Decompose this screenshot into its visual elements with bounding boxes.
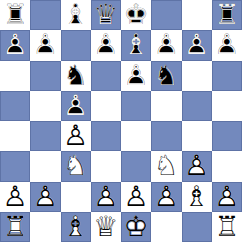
square-f8[interactable] (151, 0, 181, 30)
square-d8[interactable]: ♛♕ (91, 0, 121, 30)
piece-white-rook[interactable]: ♜♖ (0, 212, 30, 242)
piece-white-pawn[interactable]: ♟♙ (212, 182, 242, 212)
piece-white-king[interactable]: ♚♔ (121, 212, 151, 242)
piece-black-knight[interactable]: ♞♘ (61, 61, 91, 91)
square-c4[interactable]: ♟♙ (61, 121, 91, 151)
white-rook-outline-glyph: ♖ (0, 212, 30, 242)
piece-black-pawn[interactable]: ♟♙ (61, 91, 91, 121)
chess-board: ♜♖♝♗♛♕♚♔♜♖♟♙♟♙♟♙♝♗♟♙♟♙♟♙♞♘♟♙♞♘♟♙♟♙♞♘♞♘♟♙… (0, 0, 242, 242)
square-c8[interactable]: ♝♗ (61, 0, 91, 30)
black-pawn-outline-glyph: ♙ (212, 30, 242, 60)
piece-white-knight[interactable]: ♞♘ (61, 151, 91, 181)
piece-black-pawn[interactable]: ♟♙ (91, 30, 121, 60)
white-pawn-outline-glyph: ♙ (91, 182, 121, 212)
square-a3[interactable] (0, 151, 30, 181)
square-d7[interactable]: ♟♙ (91, 30, 121, 60)
piece-black-queen[interactable]: ♛♕ (91, 0, 121, 30)
square-f7[interactable]: ♟♙ (151, 30, 181, 60)
square-f6[interactable]: ♞♘ (151, 61, 181, 91)
piece-white-bishop[interactable]: ♝♗ (61, 212, 91, 242)
piece-white-pawn[interactable]: ♟♙ (61, 121, 91, 151)
square-e4[interactable] (121, 121, 151, 151)
square-e5[interactable] (121, 91, 151, 121)
white-pawn-outline-glyph: ♙ (121, 182, 151, 212)
black-knight-outline-glyph: ♘ (151, 61, 181, 91)
piece-white-queen[interactable]: ♛♕ (91, 212, 121, 242)
white-bishop-outline-glyph: ♗ (61, 212, 91, 242)
white-knight-outline-glyph: ♘ (151, 151, 181, 181)
black-rook-outline-glyph: ♖ (0, 0, 30, 30)
square-h2[interactable]: ♟♙ (212, 182, 242, 212)
piece-white-knight[interactable]: ♞♘ (151, 151, 181, 181)
square-a1[interactable]: ♜♖ (0, 212, 30, 242)
piece-black-pawn[interactable]: ♟♙ (182, 30, 212, 60)
square-b3[interactable] (30, 151, 60, 181)
white-knight-outline-glyph: ♘ (61, 151, 91, 181)
piece-white-pawn[interactable]: ♟♙ (182, 151, 212, 181)
piece-white-bishop[interactable]: ♝♗ (182, 182, 212, 212)
square-g2[interactable]: ♝♗ (182, 182, 212, 212)
black-pawn-outline-glyph: ♙ (30, 30, 60, 60)
piece-black-bishop[interactable]: ♝♗ (61, 0, 91, 30)
black-pawn-outline-glyph: ♙ (121, 61, 151, 91)
white-rook-outline-glyph: ♖ (212, 212, 242, 242)
square-b7[interactable]: ♟♙ (30, 30, 60, 60)
square-e2[interactable]: ♟♙ (121, 182, 151, 212)
square-d3[interactable] (91, 151, 121, 181)
white-pawn-outline-glyph: ♙ (212, 182, 242, 212)
piece-white-pawn[interactable]: ♟♙ (151, 182, 181, 212)
square-f4[interactable] (151, 121, 181, 151)
black-rook-outline-glyph: ♖ (212, 0, 242, 30)
square-g4[interactable] (182, 121, 212, 151)
piece-black-knight[interactable]: ♞♘ (151, 61, 181, 91)
square-c6[interactable]: ♞♘ (61, 61, 91, 91)
square-c3[interactable]: ♞♘ (61, 151, 91, 181)
square-d6[interactable] (91, 61, 121, 91)
square-d4[interactable] (91, 121, 121, 151)
square-h5[interactable] (212, 91, 242, 121)
square-a5[interactable] (0, 91, 30, 121)
square-e7[interactable]: ♝♗ (121, 30, 151, 60)
square-a8[interactable]: ♜♖ (0, 0, 30, 30)
white-pawn-outline-glyph: ♙ (61, 121, 91, 151)
white-queen-outline-glyph: ♕ (91, 212, 121, 242)
square-e3[interactable] (121, 151, 151, 181)
square-g6[interactable] (182, 61, 212, 91)
square-b2[interactable]: ♟♙ (30, 182, 60, 212)
piece-white-pawn[interactable]: ♟♙ (121, 182, 151, 212)
square-c7[interactable] (61, 30, 91, 60)
black-bishop-outline-glyph: ♗ (61, 0, 91, 30)
square-g8[interactable] (182, 0, 212, 30)
piece-white-rook[interactable]: ♜♖ (212, 212, 242, 242)
black-pawn-outline-glyph: ♙ (61, 91, 91, 121)
square-h6[interactable] (212, 61, 242, 91)
square-f1[interactable] (151, 212, 181, 242)
black-queen-outline-glyph: ♕ (91, 0, 121, 30)
black-king-outline-glyph: ♔ (121, 0, 151, 30)
square-h4[interactable] (212, 121, 242, 151)
piece-white-pawn[interactable]: ♟♙ (0, 182, 30, 212)
piece-black-pawn[interactable]: ♟♙ (151, 30, 181, 60)
square-g5[interactable] (182, 91, 212, 121)
square-b6[interactable] (30, 61, 60, 91)
white-bishop-outline-glyph: ♗ (182, 182, 212, 212)
square-h7[interactable]: ♟♙ (212, 30, 242, 60)
piece-black-rook[interactable]: ♜♖ (212, 0, 242, 30)
square-e1[interactable]: ♚♔ (121, 212, 151, 242)
black-bishop-outline-glyph: ♗ (121, 30, 151, 60)
piece-white-pawn[interactable]: ♟♙ (91, 182, 121, 212)
square-f3[interactable]: ♞♘ (151, 151, 181, 181)
square-d2[interactable]: ♟♙ (91, 182, 121, 212)
piece-black-king[interactable]: ♚♔ (121, 0, 151, 30)
square-a7[interactable]: ♟♙ (0, 30, 30, 60)
square-f5[interactable] (151, 91, 181, 121)
square-g7[interactable]: ♟♙ (182, 30, 212, 60)
piece-black-rook[interactable]: ♜♖ (0, 0, 30, 30)
square-h3[interactable] (212, 151, 242, 181)
white-pawn-outline-glyph: ♙ (0, 182, 30, 212)
square-a2[interactable]: ♟♙ (0, 182, 30, 212)
piece-black-bishop[interactable]: ♝♗ (121, 30, 151, 60)
white-pawn-outline-glyph: ♙ (182, 151, 212, 181)
black-pawn-outline-glyph: ♙ (151, 30, 181, 60)
white-pawn-outline-glyph: ♙ (30, 182, 60, 212)
square-d1[interactable]: ♛♕ (91, 212, 121, 242)
square-h1[interactable]: ♜♖ (212, 212, 242, 242)
black-pawn-outline-glyph: ♙ (91, 30, 121, 60)
square-b5[interactable] (30, 91, 60, 121)
square-g3[interactable]: ♟♙ (182, 151, 212, 181)
square-b4[interactable] (30, 121, 60, 151)
black-knight-outline-glyph: ♘ (61, 61, 91, 91)
square-a4[interactable] (0, 121, 30, 151)
piece-white-pawn[interactable]: ♟♙ (30, 182, 60, 212)
square-b1[interactable] (30, 212, 60, 242)
square-c5[interactable]: ♟♙ (61, 91, 91, 121)
square-f2[interactable]: ♟♙ (151, 182, 181, 212)
square-d5[interactable] (91, 91, 121, 121)
square-a6[interactable] (0, 61, 30, 91)
black-pawn-outline-glyph: ♙ (0, 30, 30, 60)
piece-black-pawn[interactable]: ♟♙ (30, 30, 60, 60)
square-b8[interactable] (30, 0, 60, 30)
square-e8[interactable]: ♚♔ (121, 0, 151, 30)
white-king-outline-glyph: ♔ (121, 212, 151, 242)
square-c1[interactable]: ♝♗ (61, 212, 91, 242)
white-pawn-outline-glyph: ♙ (151, 182, 181, 212)
piece-black-pawn[interactable]: ♟♙ (212, 30, 242, 60)
black-pawn-outline-glyph: ♙ (182, 30, 212, 60)
square-h8[interactable]: ♜♖ (212, 0, 242, 30)
square-c2[interactable] (61, 182, 91, 212)
square-e6[interactable]: ♟♙ (121, 61, 151, 91)
piece-black-pawn[interactable]: ♟♙ (121, 61, 151, 91)
piece-black-pawn[interactable]: ♟♙ (0, 30, 30, 60)
square-g1[interactable] (182, 212, 212, 242)
